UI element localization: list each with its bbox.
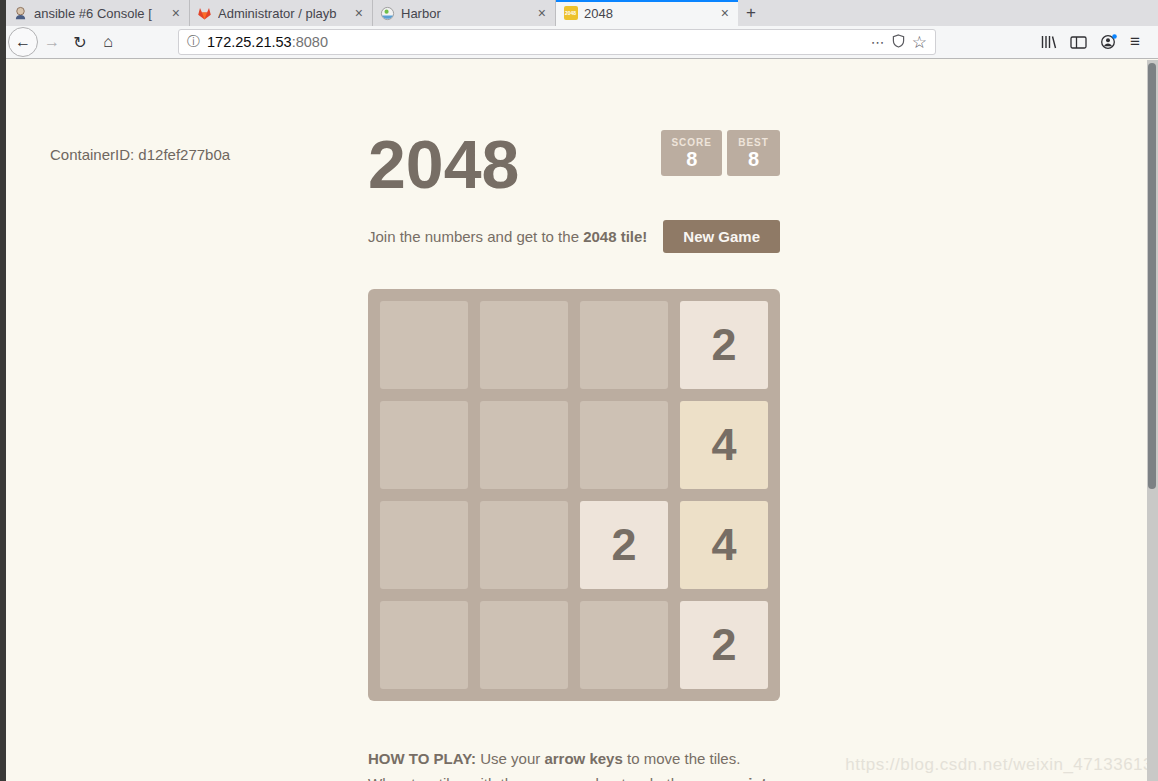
best-label: BEST [737,137,770,148]
url-port: :8080 [292,34,328,50]
empty-cell [580,401,668,489]
best-box: BEST 8 [727,130,780,176]
gitlab-icon [197,6,212,21]
tab-title: ansible #6 Console [ [34,6,164,21]
tile-2: 2 [680,601,768,689]
empty-cell [380,301,468,389]
sidebar-icon[interactable] [1070,35,1087,50]
site-info-icon[interactable]: ⓘ [187,33,200,51]
url-host: 172.25.21.53 [207,34,292,50]
game-intro: Join the numbers and get to the 2048 til… [368,228,647,245]
close-icon[interactable]: × [536,5,548,21]
toolbar-right-icons: ≡ [1040,32,1150,52]
how-to-play-text: HOW TO PLAY: Use your arrow keys to move… [368,746,780,781]
above-game-row: Join the numbers and get to the 2048 til… [368,220,780,253]
new-game-button[interactable]: New Game [663,220,780,253]
page-actions-icon[interactable]: ⋯ [871,34,885,50]
close-icon[interactable]: × [719,5,731,21]
tab-bar: ansible #6 Console [ × Administrator / p… [0,0,1158,26]
score-box: SCORE 8 [661,130,722,176]
empty-cell [480,401,568,489]
close-icon[interactable]: × [353,5,365,21]
bookmark-star-icon[interactable]: ☆ [912,32,927,53]
close-icon[interactable]: × [170,5,182,21]
game-title: 2048 [368,130,519,198]
reload-button[interactable]: ↻ [66,28,94,56]
harbor-icon [380,6,395,21]
tile-2: 2 [680,301,768,389]
tab-title: 2048 [584,6,713,21]
best-value: 8 [737,148,770,170]
url-bar[interactable]: ⓘ 172.25.21.53 :8080 ⋯ ☆ [178,29,936,55]
empty-cell [480,301,568,389]
empty-cell [480,601,568,689]
empty-cell [580,301,668,389]
tile-2: 2 [580,501,668,589]
page-content: ContainerID: d12fef277b0a 2048 SCORE 8 B… [0,60,1158,781]
tab-gitlab-administrator[interactable]: Administrator / playb × [189,0,372,26]
empty-cell [480,501,568,589]
game-heading: 2048 SCORE 8 BEST 8 [368,130,780,198]
empty-cell [380,601,468,689]
account-icon[interactable] [1100,34,1117,50]
window-left-edge [0,0,6,781]
2048-icon: 2048 [563,6,578,21]
scrollbar-thumb[interactable] [1148,63,1156,489]
empty-cell [380,501,468,589]
scores-container: SCORE 8 BEST 8 [661,130,780,176]
tab-2048-active[interactable]: 2048 2048 × [555,0,738,26]
tab-title: Administrator / playb [218,6,347,21]
tab-ansible-console[interactable]: ansible #6 Console [ × [6,0,189,26]
pocket-shield-icon[interactable] [892,34,905,51]
game-container: 2048 SCORE 8 BEST 8 Join the numbers and… [368,130,780,781]
empty-cell [580,601,668,689]
navigation-toolbar: ← → ↻ ⌂ ⓘ 172.25.21.53 :8080 ⋯ ☆ ≡ [0,26,1158,59]
container-id-label: ContainerID: d12fef277b0a [50,146,230,163]
forward-button: → [38,28,66,56]
game-board[interactable]: 24242 [368,289,780,701]
scrollbar-track[interactable] [1147,60,1158,781]
new-tab-button[interactable]: + [738,0,764,26]
jenkins-icon [13,6,28,21]
tab-harbor[interactable]: Harbor × [372,0,555,26]
tile-4: 4 [680,401,768,489]
csdn-watermark: https://blog.csdn.net/weixin_47133613 [845,755,1153,775]
tile-4: 4 [680,501,768,589]
empty-cell [380,401,468,489]
home-button[interactable]: ⌂ [94,28,122,56]
library-icon[interactable] [1040,34,1057,50]
hamburger-menu-icon[interactable]: ≡ [1130,32,1140,52]
score-label: SCORE [671,137,712,148]
back-button[interactable]: ← [8,27,38,57]
tab-title: Harbor [401,6,530,21]
score-value: 8 [671,148,712,170]
